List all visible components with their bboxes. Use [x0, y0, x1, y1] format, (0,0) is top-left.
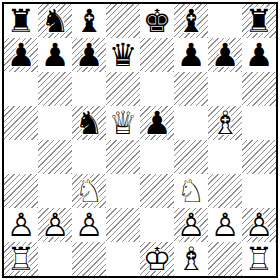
square-c3[interactable]: ♞♘ [72, 174, 106, 208]
square-d5[interactable]: ♛♕ [106, 106, 140, 140]
white-piece-outline-glyph: ♙ [177, 208, 206, 242]
square-a8[interactable]: ♜ [4, 4, 38, 38]
piece-black-pawn[interactable]: ♟ [174, 38, 208, 72]
piece-white-knight[interactable]: ♞♘ [72, 174, 106, 208]
square-g3[interactable] [208, 174, 242, 208]
piece-white-pawn[interactable]: ♟♙ [242, 208, 276, 242]
white-piece-outline-glyph: ♗ [211, 106, 240, 140]
square-e5[interactable]: ♟ [140, 106, 174, 140]
black-piece-glyph: ♜ [245, 4, 274, 38]
white-piece-outline-glyph: ♙ [211, 208, 240, 242]
piece-white-pawn[interactable]: ♟♙ [174, 208, 208, 242]
square-h7[interactable]: ♟ [242, 38, 276, 72]
square-g8[interactable] [208, 4, 242, 38]
square-b2[interactable]: ♟♙ [38, 208, 72, 242]
white-piece-outline-glyph: ♙ [75, 208, 104, 242]
piece-white-bishop[interactable]: ♝♗ [208, 106, 242, 140]
square-d6[interactable] [106, 72, 140, 106]
chess-board: ♜♞♝♚♝♜♟♟♟♛♟♟♟♞♛♕♟♝♗♞♘♞♘♟♙♟♙♟♙♟♙♟♙♟♙♜♖♚♔♝… [4, 4, 276, 276]
piece-white-bishop[interactable]: ♝♗ [174, 242, 208, 276]
square-b3[interactable] [38, 174, 72, 208]
black-piece-glyph: ♝ [177, 4, 206, 38]
piece-black-knight[interactable]: ♞ [38, 4, 72, 38]
square-h5[interactable] [242, 106, 276, 140]
square-f8[interactable]: ♝ [174, 4, 208, 38]
square-h2[interactable]: ♟♙ [242, 208, 276, 242]
black-piece-glyph: ♟ [75, 38, 104, 72]
piece-black-bishop[interactable]: ♝ [174, 4, 208, 38]
piece-white-king[interactable]: ♚♔ [140, 242, 174, 276]
piece-black-pawn[interactable]: ♟ [140, 106, 174, 140]
square-f6[interactable] [174, 72, 208, 106]
square-f4[interactable] [174, 140, 208, 174]
piece-black-queen[interactable]: ♛ [106, 38, 140, 72]
square-e7[interactable] [140, 38, 174, 72]
piece-white-rook[interactable]: ♜♖ [4, 242, 38, 276]
square-f1[interactable]: ♝♗ [174, 242, 208, 276]
white-piece-outline-glyph: ♕ [109, 106, 138, 140]
square-h4[interactable] [242, 140, 276, 174]
square-d4[interactable] [106, 140, 140, 174]
black-piece-glyph: ♟ [143, 106, 172, 140]
piece-black-bishop[interactable]: ♝ [72, 4, 106, 38]
white-piece-outline-glyph: ♗ [177, 242, 206, 276]
black-piece-glyph: ♞ [75, 106, 104, 140]
square-g4[interactable] [208, 140, 242, 174]
square-f5[interactable] [174, 106, 208, 140]
piece-black-rook[interactable]: ♜ [4, 4, 38, 38]
piece-black-pawn[interactable]: ♟ [208, 38, 242, 72]
square-c7[interactable]: ♟ [72, 38, 106, 72]
piece-black-pawn[interactable]: ♟ [72, 38, 106, 72]
black-piece-glyph: ♟ [41, 38, 70, 72]
square-g7[interactable]: ♟ [208, 38, 242, 72]
square-h1[interactable]: ♜♖ [242, 242, 276, 276]
square-g6[interactable] [208, 72, 242, 106]
square-h3[interactable] [242, 174, 276, 208]
square-b4[interactable] [38, 140, 72, 174]
square-d1[interactable] [106, 242, 140, 276]
white-piece-outline-glyph: ♘ [177, 174, 206, 208]
square-c4[interactable] [72, 140, 106, 174]
square-g2[interactable]: ♟♙ [208, 208, 242, 242]
square-a3[interactable] [4, 174, 38, 208]
piece-black-pawn[interactable]: ♟ [38, 38, 72, 72]
square-e1[interactable]: ♚♔ [140, 242, 174, 276]
square-a2[interactable]: ♟♙ [4, 208, 38, 242]
piece-black-pawn[interactable]: ♟ [4, 38, 38, 72]
piece-black-pawn[interactable]: ♟ [242, 38, 276, 72]
piece-white-queen[interactable]: ♛♕ [106, 106, 140, 140]
square-c1[interactable] [72, 242, 106, 276]
black-piece-glyph: ♚ [143, 4, 172, 38]
piece-white-pawn[interactable]: ♟♙ [208, 208, 242, 242]
square-d7[interactable]: ♛ [106, 38, 140, 72]
square-f7[interactable]: ♟ [174, 38, 208, 72]
square-f3[interactable]: ♞♘ [174, 174, 208, 208]
square-d2[interactable] [106, 208, 140, 242]
square-d8[interactable] [106, 4, 140, 38]
white-piece-outline-glyph: ♖ [245, 242, 274, 276]
black-piece-glyph: ♟ [211, 38, 240, 72]
black-piece-glyph: ♟ [7, 38, 36, 72]
square-e6[interactable] [140, 72, 174, 106]
white-piece-outline-glyph: ♖ [7, 242, 36, 276]
chess-board-frame: ♜♞♝♚♝♜♟♟♟♛♟♟♟♞♛♕♟♝♗♞♘♞♘♟♙♟♙♟♙♟♙♟♙♟♙♜♖♚♔♝… [2, 2, 278, 278]
square-e4[interactable] [140, 140, 174, 174]
square-b8[interactable]: ♞ [38, 4, 72, 38]
white-piece-outline-glyph: ♘ [75, 174, 104, 208]
square-b5[interactable] [38, 106, 72, 140]
white-piece-outline-glyph: ♙ [41, 208, 70, 242]
piece-white-pawn[interactable]: ♟♙ [4, 208, 38, 242]
piece-white-knight[interactable]: ♞♘ [174, 174, 208, 208]
square-b1[interactable] [38, 242, 72, 276]
white-piece-outline-glyph: ♔ [143, 242, 172, 276]
piece-black-knight[interactable]: ♞ [72, 106, 106, 140]
square-c6[interactable] [72, 72, 106, 106]
piece-white-pawn[interactable]: ♟♙ [72, 208, 106, 242]
black-piece-glyph: ♛ [109, 38, 138, 72]
square-a4[interactable] [4, 140, 38, 174]
square-b7[interactable]: ♟ [38, 38, 72, 72]
square-h8[interactable]: ♜ [242, 4, 276, 38]
square-e3[interactable] [140, 174, 174, 208]
square-f2[interactable]: ♟♙ [174, 208, 208, 242]
white-piece-outline-glyph: ♙ [7, 208, 36, 242]
square-a1[interactable]: ♜♖ [4, 242, 38, 276]
square-h6[interactable] [242, 72, 276, 106]
square-a7[interactable]: ♟ [4, 38, 38, 72]
black-piece-glyph: ♟ [177, 38, 206, 72]
piece-white-pawn[interactable]: ♟♙ [38, 208, 72, 242]
black-piece-glyph: ♟ [245, 38, 274, 72]
black-piece-glyph: ♞ [41, 4, 70, 38]
square-c8[interactable]: ♝ [72, 4, 106, 38]
square-a6[interactable] [4, 72, 38, 106]
square-c2[interactable]: ♟♙ [72, 208, 106, 242]
square-d3[interactable] [106, 174, 140, 208]
square-c5[interactable]: ♞ [72, 106, 106, 140]
square-a5[interactable] [4, 106, 38, 140]
square-b6[interactable] [38, 72, 72, 106]
square-e2[interactable] [140, 208, 174, 242]
square-g5[interactable]: ♝♗ [208, 106, 242, 140]
white-piece-outline-glyph: ♙ [245, 208, 274, 242]
piece-white-rook[interactable]: ♜♖ [242, 242, 276, 276]
piece-black-king[interactable]: ♚ [140, 4, 174, 38]
black-piece-glyph: ♜ [7, 4, 36, 38]
square-g1[interactable] [208, 242, 242, 276]
square-e8[interactable]: ♚ [140, 4, 174, 38]
black-piece-glyph: ♝ [75, 4, 104, 38]
piece-black-rook[interactable]: ♜ [242, 4, 276, 38]
